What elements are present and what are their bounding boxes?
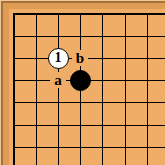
board-border-left-highlight [0, 0, 1, 165]
grid-line-horizontal [13, 58, 165, 59]
grid-line-horizontal [13, 147, 165, 148]
grid-line-vertical [125, 13, 126, 165]
grid-line-vertical [102, 13, 103, 165]
board-border-left-shadow [1, 0, 3, 165]
grid-line-horizontal [13, 102, 165, 103]
grid-line-vertical [58, 13, 59, 165]
grid-line-vertical [36, 13, 37, 165]
black-stone [70, 70, 91, 91]
white-stone-move-1: 1 [48, 48, 69, 69]
point-label-a: a [50, 72, 66, 88]
go-diagram: ab1 [0, 0, 165, 165]
board-border-top-highlight [0, 0, 165, 1]
point-label-b: b [72, 50, 88, 66]
board-border-top-shadow [0, 1, 165, 3]
grid-line-horizontal [13, 125, 165, 126]
grid-line-vertical [147, 13, 148, 165]
